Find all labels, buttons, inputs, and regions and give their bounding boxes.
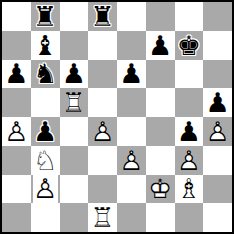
square-d7[interactable] (88, 31, 117, 60)
square-b4[interactable]: ♟ (31, 117, 60, 146)
square-c4[interactable] (60, 117, 89, 146)
square-h8[interactable] (203, 2, 232, 31)
square-c1[interactable] (60, 203, 89, 232)
square-f3[interactable] (146, 146, 175, 175)
square-a3[interactable] (2, 146, 31, 175)
square-d3[interactable] (88, 146, 117, 175)
square-g6[interactable] (175, 60, 204, 89)
square-d1[interactable]: ♜♖ (88, 203, 117, 232)
piece-white-pawn: ♟♙ (177, 147, 201, 174)
piece-white-pawn: ♟♙ (4, 118, 28, 145)
piece-white-pawn: ♟♙ (119, 147, 143, 174)
piece-black-pawn: ♟ (33, 118, 57, 145)
square-a5[interactable] (2, 88, 31, 117)
piece-black-rook: ♜ (91, 3, 115, 30)
square-g4[interactable]: ♟ (175, 117, 204, 146)
square-f6[interactable] (146, 60, 175, 89)
piece-white-rook: ♜♖ (62, 89, 86, 116)
square-e5[interactable] (117, 88, 146, 117)
piece-black-pawn: ♟ (62, 60, 86, 87)
square-e3[interactable]: ♟♙ (117, 146, 146, 175)
piece-white-pawn: ♟♙ (33, 175, 57, 202)
square-f5[interactable] (146, 88, 175, 117)
square-e8[interactable] (117, 2, 146, 31)
pawn-outline-glyph: ♙ (33, 175, 57, 202)
square-b7[interactable]: ♝ (31, 31, 60, 60)
square-e4[interactable] (117, 117, 146, 146)
square-h5[interactable]: ♟ (203, 88, 232, 117)
pawn-outline-glyph: ♙ (119, 147, 143, 174)
square-h7[interactable] (203, 31, 232, 60)
square-c8[interactable] (60, 2, 89, 31)
square-d6[interactable] (88, 60, 117, 89)
piece-white-king: ♚♔ (148, 175, 172, 202)
king-outline-glyph: ♔ (148, 175, 172, 202)
piece-black-rook: ♜ (33, 3, 57, 30)
square-f2[interactable]: ♚♔ (146, 175, 175, 204)
square-f8[interactable] (146, 2, 175, 31)
square-c3[interactable] (60, 146, 89, 175)
bishop-outline-glyph: ♗ (177, 175, 201, 202)
piece-black-pawn: ♟ (4, 60, 28, 87)
piece-white-knight: ♞♘ (33, 147, 57, 174)
square-e1[interactable] (117, 203, 146, 232)
square-g7[interactable]: ♚ (175, 31, 204, 60)
piece-white-pawn: ♟♙ (91, 118, 115, 145)
square-b1[interactable] (31, 203, 60, 232)
pawn-outline-glyph: ♙ (206, 118, 230, 145)
piece-black-pawn: ♟ (206, 89, 230, 116)
pawn-outline-glyph: ♙ (91, 118, 115, 145)
square-g8[interactable] (175, 2, 204, 31)
square-d4[interactable]: ♟♙ (88, 117, 117, 146)
square-c6[interactable]: ♟ (60, 60, 89, 89)
square-g3[interactable]: ♟♙ (175, 146, 204, 175)
square-g1[interactable] (175, 203, 204, 232)
square-a1[interactable] (2, 203, 31, 232)
chessboard: ♜♜♝♟♚♟♞♟♟♜♖♟♟♙♟♟♙♟♟♙♞♘♟♙♟♙♟♙♚♔♝♗♜♖ (0, 0, 234, 234)
square-b2[interactable]: ♟♙ (31, 175, 60, 204)
square-b6[interactable]: ♞ (31, 60, 60, 89)
square-g5[interactable] (175, 88, 204, 117)
piece-white-rook: ♜♖ (91, 204, 115, 231)
piece-black-king: ♚ (177, 32, 201, 59)
piece-black-pawn: ♟ (148, 32, 172, 59)
square-b8[interactable]: ♜ (31, 2, 60, 31)
piece-black-knight: ♞ (33, 60, 57, 87)
square-a4[interactable]: ♟♙ (2, 117, 31, 146)
square-h1[interactable] (203, 203, 232, 232)
square-a6[interactable]: ♟ (2, 60, 31, 89)
square-a2[interactable] (2, 175, 31, 204)
square-c7[interactable] (60, 31, 89, 60)
pawn-outline-glyph: ♙ (4, 118, 28, 145)
square-f1[interactable] (146, 203, 175, 232)
piece-black-pawn: ♟ (177, 118, 201, 145)
square-d5[interactable] (88, 88, 117, 117)
piece-black-bishop: ♝ (33, 32, 57, 59)
square-c5[interactable]: ♜♖ (60, 88, 89, 117)
piece-white-bishop: ♝♗ (177, 175, 201, 202)
square-b5[interactable] (31, 88, 60, 117)
square-g2[interactable]: ♝♗ (175, 175, 204, 204)
square-d8[interactable]: ♜ (88, 2, 117, 31)
rook-outline-glyph: ♖ (62, 89, 86, 116)
square-a7[interactable] (2, 31, 31, 60)
square-c2[interactable] (60, 175, 89, 204)
rook-outline-glyph: ♖ (91, 204, 115, 231)
square-d2[interactable] (88, 175, 117, 204)
square-f4[interactable] (146, 117, 175, 146)
square-a8[interactable] (2, 2, 31, 31)
square-e7[interactable] (117, 31, 146, 60)
square-h2[interactable] (203, 175, 232, 204)
piece-white-pawn: ♟♙ (206, 118, 230, 145)
square-e2[interactable] (117, 175, 146, 204)
square-h3[interactable] (203, 146, 232, 175)
square-h4[interactable]: ♟♙ (203, 117, 232, 146)
square-b3[interactable]: ♞♘ (31, 146, 60, 175)
pawn-outline-glyph: ♙ (177, 147, 201, 174)
square-f7[interactable]: ♟ (146, 31, 175, 60)
piece-black-pawn: ♟ (119, 60, 143, 87)
square-e6[interactable]: ♟ (117, 60, 146, 89)
square-h6[interactable] (203, 60, 232, 89)
knight-outline-glyph: ♘ (33, 147, 57, 174)
